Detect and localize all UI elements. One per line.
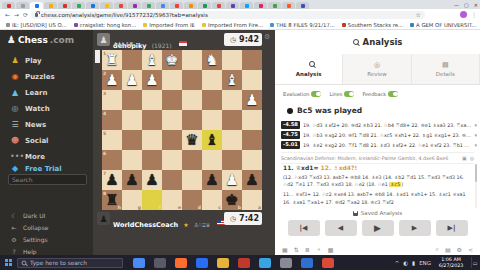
taskbar-icons bbox=[133, 258, 334, 268]
rank-label: 5 bbox=[103, 131, 106, 136]
top-player-avatar[interactable]: ♟ bbox=[97, 33, 110, 46]
square-b5[interactable] bbox=[222, 130, 242, 150]
sidebar-item-label: Learn bbox=[25, 89, 47, 97]
white-rook-h1[interactable]: ♜ bbox=[102, 50, 122, 70]
tab-favicon bbox=[133, 4, 137, 8]
square-b7[interactable]: ♟ bbox=[222, 170, 242, 190]
clock-icon: ◷ bbox=[230, 36, 236, 44]
engine-line-moves[interactable]: 19. ♘d3 ♗xf2+ 20. ♔d2 ♕b3 21. ♘b4 ♖d8+ 2… bbox=[303, 123, 471, 128]
watch-icon: ◎ bbox=[10, 104, 20, 113]
current-move-line[interactable]: 11. ♕xd1= 12. ♗xd4?! bbox=[283, 164, 471, 171]
square-a6[interactable] bbox=[242, 150, 262, 170]
panel-toggles: EvaluationLinesFeedback bbox=[283, 88, 398, 100]
first-move-button[interactable]: |◀ bbox=[288, 220, 320, 236]
prev-move-button[interactable]: ◀ bbox=[325, 220, 357, 236]
board-settings-gear-icon[interactable]: ⚙ bbox=[264, 33, 270, 41]
square-a3[interactable]: ♟ bbox=[242, 90, 262, 110]
file-label: a bbox=[258, 205, 261, 210]
top-player-rating: (1921) bbox=[152, 42, 172, 49]
tab-favicon bbox=[63, 4, 67, 8]
square-d8[interactable]: d bbox=[182, 190, 202, 210]
white-bishop-b2[interactable]: ♝ bbox=[222, 70, 242, 90]
news-icon: ☰ bbox=[10, 120, 20, 129]
tab-favicon bbox=[105, 4, 109, 8]
square-h3[interactable]: 3 bbox=[102, 90, 122, 110]
tab-favicon bbox=[231, 4, 235, 8]
flip-icon[interactable]: ⇅ bbox=[294, 246, 299, 253]
analysis-panel: Analysis Analysis◎Review▤Details Evaluat… bbox=[275, 30, 480, 255]
windows-logo-icon bbox=[5, 259, 12, 266]
white-knight-c1[interactable]: ♞ bbox=[202, 50, 222, 70]
engine-line-1[interactable]: -4.5819. ♘d3 ♗xf2+ 20. ♔d2 ♕b3 21. ♘b4 ♖… bbox=[281, 120, 477, 130]
tab-label: Review bbox=[367, 71, 387, 77]
bottom-player-name-row: WorldChessCoach ★ ♙♘♖♕ bbox=[113, 212, 225, 231]
browser-tab[interactable] bbox=[44, 2, 57, 9]
url-text[interactable]: chess.com/analysis/game/live/91577232/59… bbox=[41, 12, 416, 18]
black-move-dot-icon bbox=[287, 108, 293, 114]
bookmark-favicon bbox=[202, 23, 206, 27]
sidebar-item-play[interactable]: ♟Play bbox=[10, 54, 88, 67]
puzzles-icon: ◉ bbox=[10, 72, 20, 81]
browser-menu-icon[interactable]: ⋮ bbox=[471, 9, 477, 20]
square-h4[interactable]: 4 bbox=[102, 110, 122, 130]
square-c1[interactable]: ♞ bbox=[202, 50, 222, 70]
maximize-button[interactable]: ▢ bbox=[464, 2, 469, 8]
save-icon bbox=[353, 211, 358, 216]
back-button[interactable]: ← bbox=[5, 9, 10, 20]
browser-tab[interactable] bbox=[114, 2, 127, 9]
logo-text-suffix: .com bbox=[50, 35, 74, 45]
square-b1[interactable] bbox=[222, 50, 242, 70]
square-b6[interactable] bbox=[222, 150, 242, 170]
white-pawn-g2[interactable]: ♟ bbox=[122, 70, 142, 90]
sidebar-item-label: News bbox=[25, 121, 46, 129]
square-h2[interactable]: 2♟ bbox=[102, 70, 122, 90]
square-a4[interactable] bbox=[242, 110, 262, 130]
square-e7[interactable] bbox=[162, 170, 182, 190]
logo-pawn-icon: ♟ bbox=[7, 34, 16, 45]
sidebar-item-learn[interactable]: ▲Learn bbox=[10, 86, 88, 99]
square-a7[interactable]: ♟ bbox=[242, 170, 262, 190]
square-f6[interactable] bbox=[142, 150, 162, 170]
square-g4[interactable] bbox=[122, 110, 142, 130]
evaluation-bar bbox=[95, 50, 100, 210]
square-b8[interactable]: b♚ bbox=[222, 190, 242, 210]
free-trial-label: Free Trial bbox=[25, 165, 62, 173]
start-button[interactable] bbox=[0, 255, 16, 270]
square-d4[interactable] bbox=[182, 110, 202, 130]
minimize-button[interactable]: — bbox=[454, 2, 459, 8]
bookmark-label: Southern Stacks re... bbox=[348, 22, 403, 28]
black-pawn-a7[interactable]: ♟ bbox=[242, 170, 262, 190]
black-rook-h8[interactable]: ♜ bbox=[102, 190, 122, 210]
highlighted-move[interactable]: ♗c5 bbox=[389, 182, 401, 187]
bookmark-star-icon[interactable]: ☆ bbox=[416, 11, 421, 18]
square-d2[interactable] bbox=[182, 70, 202, 90]
tray-battery-icon[interactable]: ▮ bbox=[412, 260, 415, 266]
engine-line-moves[interactable]: 19. ♗e2 ♕xg2 20. ♖f1 ♖d8 21. ♗d3 ♗xf2+ 2… bbox=[303, 143, 471, 148]
browser-tab[interactable] bbox=[282, 2, 295, 9]
browser-tab[interactable] bbox=[86, 2, 99, 9]
taskbar-app-icon-1[interactable] bbox=[133, 258, 145, 268]
chess-board[interactable]: 1♜♝♚♞2♟♟♟♝3♟45♛♝67♟♟♟♟♟♟8h♜gfedcb♚a bbox=[102, 50, 262, 210]
black-pawn-f7[interactable]: ♟ bbox=[142, 170, 162, 190]
bookmark-label: THE 8 FILES 9/21/17... bbox=[276, 22, 335, 28]
variation-paragraph-1[interactable]: (12. ♘xd3 ♖xd3 13. axb7+ ♔b8 14. ♗e3 (14… bbox=[283, 174, 471, 188]
diamond-icon: ◆ bbox=[10, 164, 20, 173]
notification-center-icon[interactable]: ▭ bbox=[471, 257, 478, 268]
opening-name[interactable]: Scandinavian Defense: Modern, Icelandic-… bbox=[281, 156, 459, 161]
tab-label: Details bbox=[436, 71, 455, 77]
white-bishop-f1[interactable]: ♝ bbox=[142, 50, 162, 70]
square-g1[interactable] bbox=[122, 50, 142, 70]
sidebar-footer-label: Help bbox=[23, 248, 37, 255]
taskbar-search-placeholder: Type here to search bbox=[30, 260, 87, 266]
tray-date: 6/27/2023 bbox=[435, 263, 467, 269]
tab-favicon bbox=[301, 4, 305, 8]
taskbar-app-icon-3[interactable] bbox=[175, 258, 187, 268]
sidebar-item-social[interactable]: ☻Social bbox=[10, 134, 88, 147]
library-icon[interactable]: ▤ bbox=[445, 246, 451, 253]
black-pawn-h7[interactable]: ♟ bbox=[102, 170, 122, 190]
top-player-flag-icon bbox=[179, 41, 187, 46]
square-f1[interactable]: ♝ bbox=[142, 50, 162, 70]
address-bar[interactable]: chess.com/analysis/game/live/91577232/59… bbox=[31, 11, 425, 19]
browser-tab[interactable] bbox=[2, 2, 15, 9]
tab-details[interactable]: ▤Details bbox=[412, 54, 480, 84]
square-a2[interactable] bbox=[242, 70, 262, 90]
square-f5[interactable] bbox=[142, 130, 162, 150]
bookmark-item[interactable]: IE: [USD/IDR] US O... bbox=[6, 22, 67, 28]
social-icon: ☻ bbox=[10, 136, 20, 145]
square-e2[interactable] bbox=[162, 70, 182, 90]
taskbar: Type here to search ^ ◐ ▮ ENG 1:06 AM 6/… bbox=[0, 255, 480, 270]
settings-icon[interactable]: ⚙ bbox=[457, 246, 462, 253]
square-g5[interactable] bbox=[122, 130, 142, 150]
tab-favicon bbox=[203, 4, 207, 8]
black-bishop-c5[interactable]: ♝ bbox=[202, 130, 222, 150]
taskbar-app-icon-8[interactable] bbox=[280, 258, 292, 268]
window-controls: — ▢ ✕ bbox=[454, 0, 478, 9]
bookmark-favicon bbox=[6, 23, 10, 27]
square-c5[interactable]: ♝ bbox=[202, 130, 222, 150]
sidebar-footer-label: Collapse bbox=[23, 224, 49, 231]
forward-button[interactable]: → bbox=[14, 9, 19, 20]
square-g8[interactable]: g bbox=[122, 190, 142, 210]
white-pawn-b7[interactable]: ♟ bbox=[222, 170, 242, 190]
toggle-switch[interactable] bbox=[344, 91, 354, 97]
square-b2[interactable]: ♝ bbox=[222, 70, 242, 90]
browser-tab[interactable] bbox=[198, 2, 211, 9]
browser-tab[interactable] bbox=[58, 2, 71, 9]
tab-favicon bbox=[175, 4, 179, 8]
play-move-button[interactable]: ▶ bbox=[362, 220, 394, 236]
square-h1[interactable]: 1♜ bbox=[102, 50, 122, 70]
browser-tab[interactable] bbox=[296, 2, 309, 9]
square-e8[interactable]: e bbox=[162, 190, 182, 210]
square-g2[interactable]: ♟ bbox=[122, 70, 142, 90]
browser-tab[interactable] bbox=[142, 2, 155, 9]
tab-favicon bbox=[77, 4, 81, 8]
square-e6[interactable] bbox=[162, 150, 182, 170]
chevron-down-icon[interactable]: ▾ bbox=[474, 122, 477, 128]
engine-line-2[interactable]: -4.7519. ♘b3 ♕xg2 20. ♔f1 ♖d8 21. ♘xc5 ♕… bbox=[281, 130, 477, 140]
share-icon[interactable]: < bbox=[468, 246, 473, 253]
browser-tab[interactable] bbox=[72, 2, 85, 9]
evaluation-badge: -4.75 bbox=[281, 131, 300, 139]
browser-tab[interactable] bbox=[128, 2, 141, 9]
sidebar-settings[interactable]: ⚙Settings bbox=[10, 234, 88, 245]
saved-analysis-row[interactable]: Saved Analysis bbox=[275, 210, 480, 216]
square-a8[interactable]: a bbox=[242, 190, 262, 210]
tab-favicon bbox=[147, 4, 151, 8]
tab-analysis[interactable]: Analysis bbox=[275, 54, 343, 84]
browser-profile-avatar[interactable] bbox=[460, 11, 467, 18]
toggle-switch[interactable] bbox=[388, 91, 398, 97]
chesscom-logo[interactable]: ♟ Chess.com bbox=[7, 34, 74, 45]
rank-label: 3 bbox=[103, 91, 106, 96]
black-pawn-g7[interactable]: ♟ bbox=[122, 170, 142, 190]
opening-book-icon[interactable]: ▣ bbox=[462, 155, 467, 161]
search-icon[interactable]: ⌕ bbox=[436, 245, 439, 253]
browser-tab[interactable] bbox=[184, 2, 197, 9]
tray-volume-icon[interactable]: ◐ bbox=[403, 260, 408, 266]
sidebar-collapse[interactable]: ⇤Collapse bbox=[10, 222, 88, 233]
white-pawn-a3[interactable]: ♟ bbox=[242, 90, 262, 110]
move-text-inaccuracy[interactable]: 12. ♗xd4?! bbox=[321, 164, 358, 171]
toggle-switch[interactable] bbox=[311, 91, 321, 97]
browser-tab[interactable] bbox=[240, 2, 253, 9]
chart-icon[interactable]: ▦ bbox=[282, 246, 288, 253]
grid-icon[interactable]: ▩ bbox=[328, 246, 334, 253]
square-d7[interactable] bbox=[182, 170, 202, 190]
rank-label: 6 bbox=[103, 151, 106, 156]
bottom-player-avatar[interactable]: ♟ bbox=[97, 212, 110, 225]
taskbar-app-icon-2[interactable] bbox=[154, 258, 166, 268]
file-label: e bbox=[178, 205, 181, 210]
square-b3[interactable] bbox=[222, 90, 242, 110]
tab-favicon bbox=[21, 4, 25, 8]
tab-favicon bbox=[161, 4, 165, 8]
variation-paragraph-2[interactable]: 11... ♕xf3+ 12. ♘c2 ♕xe4 13. axb7+ ♔b8 1… bbox=[283, 191, 471, 205]
browser-tab[interactable] bbox=[156, 2, 169, 9]
square-f3[interactable] bbox=[142, 90, 162, 110]
browser-tab[interactable] bbox=[268, 2, 281, 9]
tab-label: Analysis bbox=[296, 71, 322, 77]
square-d3[interactable] bbox=[182, 90, 202, 110]
square-b4[interactable] bbox=[222, 110, 242, 130]
settings-icon: ⚙ bbox=[10, 236, 18, 243]
move-list-scrollbar[interactable] bbox=[475, 164, 478, 208]
tab-favicon bbox=[273, 4, 277, 8]
sidebar-item-puzzles[interactable]: ◉Puzzles bbox=[10, 70, 88, 83]
browser-tab[interactable] bbox=[30, 2, 43, 9]
tab-review[interactable]: ◎Review bbox=[343, 54, 411, 84]
bookmark-item[interactable]: Imported From IE bbox=[143, 22, 195, 28]
tab-favicon bbox=[7, 4, 11, 8]
toggle-evaluation[interactable]: Evaluation bbox=[283, 91, 321, 97]
bottom-clock-time: 7:42 bbox=[239, 214, 259, 223]
close-button[interactable]: ✕ bbox=[474, 2, 478, 8]
browser-tab[interactable] bbox=[254, 2, 267, 9]
browser-tab-strip bbox=[0, 0, 480, 9]
taskbar-app-icon-10[interactable] bbox=[322, 258, 334, 268]
engine-line-3[interactable]: -5.0119. ♗e2 ♕xg2 20. ♖f1 ♖d8 21. ♗d3 ♗x… bbox=[281, 140, 477, 150]
file-label: f bbox=[159, 205, 161, 210]
analysis-magnifier-icon bbox=[353, 39, 359, 45]
threats-icon[interactable]: ≣ bbox=[305, 246, 310, 253]
help-icon: ? bbox=[10, 248, 18, 255]
sidebar-item-label: Play bbox=[25, 57, 42, 65]
square-d6[interactable] bbox=[182, 150, 202, 170]
file-label: d bbox=[198, 205, 201, 210]
toggle-lines[interactable]: Lines bbox=[329, 91, 354, 97]
tray-chevron-icon[interactable]: ^ bbox=[395, 260, 400, 266]
black-queen-d5[interactable]: ♛ bbox=[182, 130, 202, 150]
sidebar-footer-label: Dark UI bbox=[23, 212, 45, 219]
bottom-player-name[interactable]: WorldChessCoach bbox=[113, 221, 178, 229]
square-e4[interactable] bbox=[162, 110, 182, 130]
browser-tab[interactable] bbox=[100, 2, 113, 9]
move-navigation: |◀◀▶▶▶| bbox=[275, 220, 480, 236]
taskbar-clock[interactable]: 1:06 AM 6/27/2023 bbox=[435, 257, 467, 269]
saved-analysis-label: Saved Analysis bbox=[361, 210, 402, 216]
tab-favicon bbox=[119, 4, 123, 8]
square-f2[interactable]: ♟ bbox=[142, 70, 162, 90]
refresh-button[interactable]: ⟳ bbox=[23, 9, 28, 20]
opening-info-icon[interactable]: ◎ bbox=[470, 155, 474, 161]
square-d1[interactable] bbox=[182, 50, 202, 70]
square-g3[interactable] bbox=[122, 90, 142, 110]
sidebar-item-label: Watch bbox=[25, 105, 50, 113]
sidebar-item-news[interactable]: ☰News bbox=[10, 118, 88, 131]
toggle-label: Lines bbox=[329, 91, 342, 97]
chevron-down-icon[interactable]: ▾ bbox=[474, 142, 477, 148]
evaluation-badge: -4.58 bbox=[281, 121, 300, 129]
bookmark-item[interactable]: Imported From Fire... bbox=[202, 22, 263, 28]
collapse-icon: ⇤ bbox=[10, 224, 18, 231]
square-c8[interactable]: c bbox=[202, 190, 222, 210]
browser-tab[interactable] bbox=[170, 2, 183, 9]
browser-tab[interactable] bbox=[226, 2, 239, 9]
sidebar-footer-label: Settings bbox=[23, 236, 48, 243]
square-h6[interactable]: 6 bbox=[102, 150, 122, 170]
toggle-label: Evaluation bbox=[283, 91, 309, 97]
bottom-player-captured-pieces: ♙♘♖♕ bbox=[194, 222, 210, 228]
bookmark-label: IE: [USD/IDR] US O... bbox=[12, 22, 67, 28]
white-pawn-f2[interactable]: ♟ bbox=[142, 70, 162, 90]
screenshot-root: — ▢ ✕ ← → ⟳ chess.com/analysis/game/live… bbox=[0, 0, 480, 270]
last-move-button[interactable]: ▶| bbox=[436, 220, 468, 236]
bookmark-favicon bbox=[74, 23, 78, 27]
variation-text[interactable]: (12. ♘xd3 ♖xd3 13. axb7+ ♔b8 14. ♗e3 (14… bbox=[283, 175, 464, 187]
tab-favicon bbox=[259, 4, 263, 8]
square-h8[interactable]: 8h♜ bbox=[102, 190, 122, 210]
scrollbar-thumb[interactable] bbox=[475, 164, 478, 182]
move-played-row: Bc5 was played bbox=[287, 106, 362, 115]
square-e3[interactable] bbox=[162, 90, 182, 110]
evaluation-badge: -5.01 bbox=[281, 141, 300, 149]
taskbar-app-icon-5[interactable] bbox=[217, 258, 229, 268]
browser-tab[interactable] bbox=[212, 2, 225, 9]
square-g6[interactable] bbox=[122, 150, 142, 170]
review-tab-icon: ◎ bbox=[374, 61, 380, 69]
next-move-button[interactable]: ▶ bbox=[399, 220, 431, 236]
toggle-feedback[interactable]: Feedback bbox=[362, 91, 398, 97]
bookmark-item[interactable]: THE 8 FILES 9/21/17... bbox=[270, 22, 335, 28]
tray-language[interactable]: ENG bbox=[419, 260, 431, 266]
engine-line-moves[interactable]: 19. ♘b3 ♕xg2 20. ♔f1 ♖d8 21. ♘xc5 ♕xh1+ … bbox=[303, 133, 471, 138]
panel-tabs: Analysis◎Review▤Details bbox=[275, 54, 480, 85]
add-icon[interactable]: ＋ bbox=[316, 245, 322, 254]
tab-favicon bbox=[189, 4, 193, 8]
taskbar-app-icon-4[interactable] bbox=[196, 258, 208, 268]
rank-label: 4 bbox=[103, 111, 106, 116]
square-h5[interactable]: 5 bbox=[102, 130, 122, 150]
taskbar-app-icon-7[interactable] bbox=[259, 258, 271, 268]
variation-text[interactable]: ) bbox=[401, 182, 403, 187]
square-f7[interactable]: ♟ bbox=[142, 170, 162, 190]
square-c2[interactable] bbox=[202, 70, 222, 90]
square-c3[interactable] bbox=[202, 90, 222, 110]
search-icon bbox=[22, 260, 27, 265]
top-clock-time: 9:42 bbox=[239, 35, 259, 44]
more-icon: ••• bbox=[10, 152, 20, 161]
sidebar-dark-ui[interactable]: ☾Dark UI bbox=[10, 210, 88, 221]
square-d5[interactable]: ♛ bbox=[182, 130, 202, 150]
bottom-player-medal-icon: ★ bbox=[183, 221, 188, 228]
square-e5[interactable] bbox=[162, 130, 182, 150]
square-f8[interactable]: f bbox=[142, 190, 162, 210]
bookmark-item[interactable]: craigslist: hong kon... bbox=[74, 22, 137, 28]
bookmark-item[interactable]: Southern Stacks re... bbox=[342, 22, 403, 28]
square-c4[interactable] bbox=[202, 110, 222, 130]
square-c7[interactable]: ♟ bbox=[202, 170, 222, 190]
square-f4[interactable] bbox=[142, 110, 162, 130]
chevron-down-icon[interactable]: ▾ bbox=[474, 132, 477, 138]
square-a5[interactable] bbox=[242, 130, 262, 150]
square-c6[interactable] bbox=[202, 150, 222, 170]
black-pawn-c7[interactable]: ♟ bbox=[202, 170, 222, 190]
lock-icon bbox=[35, 13, 38, 17]
black-king-b8[interactable]: ♚ bbox=[222, 190, 242, 210]
move-text[interactable]: 11. ♕xd1= bbox=[283, 164, 321, 171]
sidebar-item-label: Social bbox=[25, 137, 49, 145]
engine-lines: -4.5819. ♘d3 ♗xf2+ 20. ♔d2 ♕b3 21. ♘b4 ♖… bbox=[281, 120, 477, 150]
square-e1[interactable]: ♚ bbox=[162, 50, 182, 70]
square-g7[interactable]: ♟ bbox=[122, 170, 142, 190]
sidebar-item-watch[interactable]: ◎Watch bbox=[10, 102, 88, 115]
white-pawn-h2[interactable]: ♟ bbox=[102, 70, 122, 90]
taskbar-app-icon-9[interactable] bbox=[301, 258, 313, 268]
bookmark-item[interactable]: A GEM OF UNIVERSIT... bbox=[410, 22, 477, 28]
clock-icon: ◷ bbox=[230, 215, 236, 223]
sidebar-search-input[interactable]: Search bbox=[8, 174, 87, 185]
tab-favicon bbox=[35, 4, 39, 8]
opening-row[interactable]: Scandinavian Defense: Modern, Icelandic-… bbox=[281, 152, 474, 164]
tab-favicon bbox=[217, 4, 221, 8]
taskbar-search[interactable]: Type here to search bbox=[17, 258, 123, 268]
panel-footer: ▦⇅≣＋▩ ⌕▤⚙< bbox=[275, 242, 480, 256]
learn-icon: ▲ bbox=[10, 88, 20, 97]
move-list[interactable]: 11. ♕xd1= 12. ♗xd4?! (12. ♘xd3 ♖xd3 13. … bbox=[283, 164, 471, 208]
white-king-e1[interactable]: ♚ bbox=[162, 50, 182, 70]
square-h7[interactable]: 7♟ bbox=[102, 170, 122, 190]
taskbar-app-icon-6[interactable] bbox=[238, 258, 250, 268]
browser-tab[interactable] bbox=[16, 2, 29, 9]
square-a1[interactable] bbox=[242, 50, 262, 70]
evaluation-bar-white bbox=[95, 50, 100, 63]
